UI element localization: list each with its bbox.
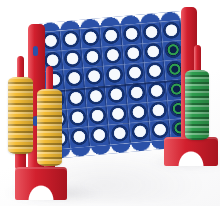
board-cell-r1c2[interactable] <box>60 29 82 50</box>
peg-slot <box>33 46 38 56</box>
board-cell-r3c6[interactable] <box>144 61 166 82</box>
board-cell-r1c4[interactable] <box>100 25 122 46</box>
board-cell-r2c2[interactable] <box>62 48 84 69</box>
board-cell-r6c3[interactable] <box>89 125 111 146</box>
board-cell-r5c2[interactable] <box>67 107 89 128</box>
board-cell-r3c3[interactable] <box>84 66 106 87</box>
board-cell-r3c5[interactable] <box>124 63 146 84</box>
board-cell-r1c7[interactable] <box>161 20 183 41</box>
board-cell-r5c4[interactable] <box>107 104 129 125</box>
board-cell-r2c5[interactable] <box>122 43 144 64</box>
board-cell-r4c5[interactable] <box>126 82 148 103</box>
board-cell-r3c4[interactable] <box>104 65 126 86</box>
board-grid <box>40 20 191 150</box>
board-cell-r1c3[interactable] <box>80 27 102 48</box>
board-cell-r6c4[interactable] <box>109 123 131 144</box>
yellow-disc-stack-left-outer[interactable] <box>8 77 33 154</box>
board-cell-r5c6[interactable] <box>147 100 169 121</box>
yellow-disc-stack-left-inner[interactable] <box>37 89 62 166</box>
board-cell-r4c2[interactable] <box>65 88 87 109</box>
left-foot <box>15 167 67 200</box>
board-cell-r2c6[interactable] <box>142 41 164 62</box>
board-cell-r6c2[interactable] <box>69 127 91 148</box>
board-cell-r4c6[interactable] <box>146 81 168 102</box>
board-cell-r1c5[interactable] <box>120 24 142 45</box>
board-cell-r5c3[interactable] <box>87 105 109 126</box>
board-cell-r4c3[interactable] <box>85 86 107 107</box>
board-cell-r2c4[interactable] <box>102 45 124 66</box>
product-photo-stage <box>0 0 220 206</box>
board-cell-r1c6[interactable] <box>140 22 162 43</box>
board-cell-r5c5[interactable] <box>127 102 149 123</box>
green-disc-stack-right[interactable] <box>185 70 209 140</box>
board-cell-r2c3[interactable] <box>82 47 104 68</box>
right-foot <box>164 137 218 166</box>
board-cell-r4c4[interactable] <box>105 84 127 105</box>
board-cell-r3c2[interactable] <box>64 68 86 89</box>
board-cell-r6c5[interactable] <box>129 122 151 143</box>
